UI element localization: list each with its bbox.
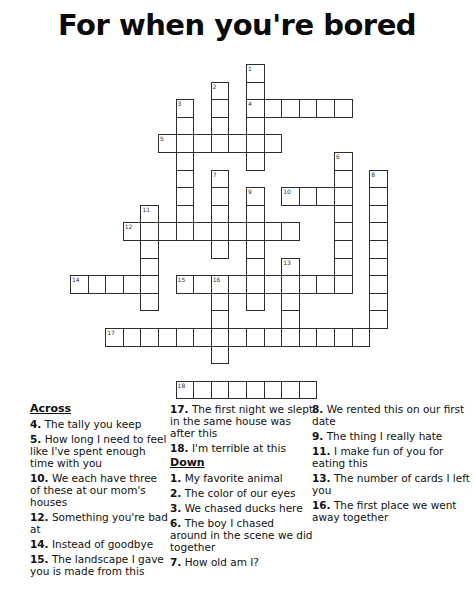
grid-cell-r14c8[interactable] xyxy=(211,310,230,329)
grid-cell-r12c7[interactable] xyxy=(193,275,212,294)
grid-cell-r4c8[interactable] xyxy=(211,134,230,153)
grid-cell-r18c7[interactable] xyxy=(193,381,212,400)
grid-cell-r10c10[interactable] xyxy=(246,240,265,259)
clue-3-down-text: We chased ducks here xyxy=(181,502,302,514)
clue-12-across-text: Something you're bad at xyxy=(30,511,168,535)
grid-cell-r12c10[interactable] xyxy=(246,275,265,294)
grid-cell-r5c6[interactable] xyxy=(176,152,195,171)
clue-number-8: 8 xyxy=(371,171,375,178)
clue-number-15: 15 xyxy=(178,276,186,283)
grid-cell-r12c4[interactable] xyxy=(140,275,159,294)
grid-cell-r12c9[interactable] xyxy=(228,275,247,294)
grid-cell-r2c15[interactable] xyxy=(334,99,353,118)
puzzle-title: For when you're bored xyxy=(0,8,474,42)
grid-cell-r7c13[interactable] xyxy=(299,187,318,206)
clue-7-down-text: How old am I? xyxy=(181,556,259,568)
clue-number-18: 18 xyxy=(178,382,186,389)
grid-cell-r8c6[interactable] xyxy=(176,205,195,224)
clue-number-7: 7 xyxy=(213,171,217,178)
grid-cell-r13c10[interactable] xyxy=(246,293,265,312)
grid-cell-r11c4[interactable] xyxy=(140,258,159,277)
clue-number-9: 9 xyxy=(248,188,252,195)
grid-cell-r0c10[interactable]: 1 xyxy=(246,64,265,83)
clue-13-down-text: The number of cards I left you xyxy=(312,472,470,496)
down-clues-continued: 8. We rented this on our first date9. Th… xyxy=(312,403,470,523)
clue-17-across-text: The first night we slept in the same hou… xyxy=(170,403,313,439)
grid-cell-r12c0[interactable]: 14 xyxy=(70,275,89,294)
clue-3-down: 3. We chased ducks here xyxy=(170,502,314,514)
clue-8-down-text: We rented this on our first date xyxy=(312,403,464,427)
grid-cell-r15c8[interactable] xyxy=(211,328,230,347)
grid-cell-r9c6[interactable] xyxy=(176,222,195,241)
grid-cell-r18c9[interactable] xyxy=(228,381,247,400)
grid-cell-r2c14[interactable] xyxy=(316,99,335,118)
clue-2-down-text: The color of our eyes xyxy=(181,487,295,499)
grid-cell-r11c10[interactable] xyxy=(246,258,265,277)
crossword-worksheet: For when you're bored 123456789101112131… xyxy=(0,0,474,613)
grid-cell-r15c13[interactable] xyxy=(299,328,318,347)
clue-18-across: 18. I'm terrible at this xyxy=(170,442,314,454)
clue-11-down-text: I make fun of you for eating this xyxy=(312,445,443,469)
grid-cell-r2c8[interactable] xyxy=(211,99,230,118)
grid-cell-r4c11[interactable] xyxy=(264,134,283,153)
grid-cell-r11c12[interactable]: 13 xyxy=(281,258,300,277)
clue-number-11: 11 xyxy=(142,206,150,213)
grid-cell-r15c2[interactable]: 17 xyxy=(105,328,124,347)
grid-cell-r12c15[interactable] xyxy=(334,275,353,294)
grid-cell-r9c11[interactable] xyxy=(264,222,283,241)
grid-cell-r8c17[interactable] xyxy=(369,205,388,224)
clue-number-14: 14 xyxy=(72,276,80,283)
grid-cell-r10c4[interactable] xyxy=(140,240,159,259)
clue-15-across: 15. The landscape I gave you is made fro… xyxy=(30,553,170,577)
clue-11-down: 11. I make fun of you for eating this xyxy=(312,445,470,469)
grid-cell-r1c10[interactable] xyxy=(246,82,265,101)
grid-cell-r15c11[interactable] xyxy=(264,328,283,347)
grid-cell-r13c4[interactable] xyxy=(140,293,159,312)
grid-cell-r7c10[interactable]: 9 xyxy=(246,187,265,206)
grid-cell-r7c17[interactable] xyxy=(369,187,388,206)
grid-cell-r8c8[interactable] xyxy=(211,205,230,224)
clues-column-left: Across 4. The tally you keep5. How long … xyxy=(30,403,170,580)
clue-14-across-number: 14. xyxy=(30,538,49,550)
grid-cell-r15c15[interactable] xyxy=(334,328,353,347)
grid-cell-r10c15[interactable] xyxy=(334,240,353,259)
grid-cell-r14c17[interactable] xyxy=(369,310,388,329)
grid-cell-r8c10[interactable] xyxy=(246,205,265,224)
clue-number-5: 5 xyxy=(160,135,164,142)
grid-cell-r9c4[interactable] xyxy=(140,222,159,241)
clue-15-across-text: The landscape I gave you is made from th… xyxy=(30,553,164,577)
grid-cell-r4c7[interactable] xyxy=(193,134,212,153)
clue-18-across-text: I'm terrible at this xyxy=(189,442,286,454)
clue-17-across: 17. The first night we slept in the same… xyxy=(170,403,314,439)
grid-cell-r9c5[interactable] xyxy=(158,222,177,241)
clue-14-across: 14. Instead of goodbye xyxy=(30,538,170,550)
grid-cell-r4c10[interactable] xyxy=(246,134,265,153)
clue-16-down-text: The first place we went away together xyxy=(312,499,456,523)
clue-16-down: 16. The first place we went away togethe… xyxy=(312,499,470,523)
clue-number-17: 17 xyxy=(107,329,115,336)
grid-cell-r9c15[interactable] xyxy=(334,222,353,241)
clue-17-across-number: 17. xyxy=(170,403,189,415)
grid-cell-r9c3[interactable]: 12 xyxy=(123,222,142,241)
grid-cell-r16c8[interactable] xyxy=(211,346,230,365)
grid-cell-r5c15[interactable]: 6 xyxy=(334,152,353,171)
clue-4-across-number: 4. xyxy=(30,418,41,430)
grid-cell-r15c5[interactable] xyxy=(158,328,177,347)
grid-cell-r6c8[interactable]: 7 xyxy=(211,170,230,189)
clue-number-3: 3 xyxy=(178,100,182,107)
clue-11-down-number: 11. xyxy=(312,445,331,457)
grid-cell-r9c8[interactable] xyxy=(211,222,230,241)
grid-cell-r13c17[interactable] xyxy=(369,293,388,312)
grid-cell-r18c8[interactable] xyxy=(211,381,230,400)
grid-cell-r12c12[interactable] xyxy=(281,275,300,294)
grid-cell-r15c3[interactable] xyxy=(123,328,142,347)
clue-number-16: 16 xyxy=(213,276,221,283)
grid-cell-r7c15[interactable] xyxy=(334,187,353,206)
down-clues-list: 1. My favorite animal2. The color of our… xyxy=(170,472,314,568)
grid-cell-r18c10[interactable] xyxy=(246,381,265,400)
clue-number-4: 4 xyxy=(248,100,252,107)
grid-cell-r18c13[interactable] xyxy=(299,381,318,400)
clue-2-down: 2. The color of our eyes xyxy=(170,487,314,499)
across-heading: Across xyxy=(30,403,170,415)
crossword-grid: 123456789101112131415161718 xyxy=(70,64,388,400)
grid-cell-r3c8[interactable] xyxy=(211,117,230,136)
grid-cell-r7c14[interactable] xyxy=(316,187,335,206)
grid-cell-r9c12[interactable] xyxy=(281,222,300,241)
grid-cell-r12c14[interactable] xyxy=(316,275,335,294)
clue-number-2: 2 xyxy=(213,83,217,90)
grid-cell-r6c15[interactable] xyxy=(334,170,353,189)
clue-13-down: 13. The number of cards I left you xyxy=(312,472,470,496)
grid-cell-r8c4[interactable]: 11 xyxy=(140,205,159,224)
grid-cell-r15c4[interactable] xyxy=(140,328,159,347)
grid-cell-r11c15[interactable] xyxy=(334,258,353,277)
grid-cell-r18c11[interactable] xyxy=(264,381,283,400)
grid-cell-r3c6[interactable] xyxy=(176,117,195,136)
grid-cell-r12c11[interactable] xyxy=(264,275,283,294)
grid-cell-r7c12[interactable]: 10 xyxy=(281,187,300,206)
clue-1-down-text: My favorite animal xyxy=(181,472,282,484)
clue-9-down-text: The thing I really hate xyxy=(323,430,442,442)
clue-15-across-number: 15. xyxy=(30,553,49,565)
clue-8-down: 8. We rented this on our first date xyxy=(312,403,470,427)
grid-cell-r7c8[interactable] xyxy=(211,187,230,206)
grid-cell-r2c12[interactable] xyxy=(281,99,300,118)
clue-number-13: 13 xyxy=(283,259,291,266)
grid-cell-r4c5[interactable]: 5 xyxy=(158,134,177,153)
clue-12-across: 12. Something you're bad at xyxy=(30,511,170,535)
clue-number-6: 6 xyxy=(336,153,340,160)
grid-cell-r2c13[interactable] xyxy=(299,99,318,118)
grid-cell-r15c10[interactable] xyxy=(246,328,265,347)
clue-14-across-text: Instead of goodbye xyxy=(49,538,154,550)
grid-cell-r3c10[interactable] xyxy=(246,117,265,136)
grid-cell-r18c6[interactable]: 18 xyxy=(176,381,195,400)
grid-cell-r9c17[interactable] xyxy=(369,222,388,241)
grid-cell-r9c7[interactable] xyxy=(193,222,212,241)
clue-3-down-number: 3. xyxy=(170,502,181,514)
grid-cell-r15c7[interactable] xyxy=(193,328,212,347)
across-clues-list: 4. The tally you keep5. How long I need … xyxy=(30,418,170,577)
clue-10-across-text: We each have three of these at our mom's… xyxy=(30,472,157,508)
clue-7-down: 7. How old am I? xyxy=(170,556,314,568)
grid-cell-r2c10[interactable]: 4 xyxy=(246,99,265,118)
grid-cell-r14c12[interactable] xyxy=(281,310,300,329)
clue-6-down-number: 6. xyxy=(170,517,181,529)
grid-cell-r13c12[interactable] xyxy=(281,293,300,312)
clue-12-across-number: 12. xyxy=(30,511,49,523)
grid-cell-r9c10[interactable] xyxy=(246,222,265,241)
grid-cell-r12c8[interactable]: 16 xyxy=(211,275,230,294)
clues-column-middle: 17. The first night we slept in the same… xyxy=(170,403,314,571)
clue-9-down: 9. The thing I really hate xyxy=(312,430,470,442)
grid-cell-r15c9[interactable] xyxy=(228,328,247,347)
clue-5-across-text: How long I need to feel like I've spent … xyxy=(30,433,166,469)
across-clues-continued: 17. The first night we slept in the same… xyxy=(170,403,314,454)
clue-4-across-text: The tally you keep xyxy=(41,418,141,430)
grid-cell-r18c12[interactable] xyxy=(281,381,300,400)
grid-cell-r4c9[interactable] xyxy=(228,134,247,153)
clue-number-12: 12 xyxy=(125,223,133,230)
grid-cell-r10c8[interactable] xyxy=(211,240,230,259)
grid-cell-r5c10[interactable] xyxy=(246,152,265,171)
grid-cell-r6c6[interactable] xyxy=(176,170,195,189)
grid-cell-r15c16[interactable] xyxy=(352,328,371,347)
grid-cell-r2c6[interactable]: 3 xyxy=(176,99,195,118)
clue-7-down-number: 7. xyxy=(170,556,181,568)
clue-13-down-number: 13. xyxy=(312,472,331,484)
grid-cell-r1c8[interactable]: 2 xyxy=(211,82,230,101)
grid-cell-r12c6[interactable]: 15 xyxy=(176,275,195,294)
clue-1-down: 1. My favorite animal xyxy=(170,472,314,484)
clue-4-across: 4. The tally you keep xyxy=(30,418,170,430)
clue-8-down-number: 8. xyxy=(312,403,323,415)
grid-cell-r15c14[interactable] xyxy=(316,328,335,347)
grid-cell-r11c17[interactable] xyxy=(369,258,388,277)
clue-10-across-number: 10. xyxy=(30,472,49,484)
clue-6-down-text: The boy I chased around in the scene we … xyxy=(170,517,313,553)
clue-1-down-number: 1. xyxy=(170,472,181,484)
grid-cell-r12c13[interactable] xyxy=(299,275,318,294)
grid-cell-r12c2[interactable] xyxy=(105,275,124,294)
clue-10-across: 10. We each have three of these at our m… xyxy=(30,472,170,508)
grid-cell-r15c12[interactable] xyxy=(281,328,300,347)
clue-16-down-number: 16. xyxy=(312,499,331,511)
clue-number-10: 10 xyxy=(283,188,291,195)
clue-5-across-number: 5. xyxy=(30,433,41,445)
grid-cell-r6c17[interactable]: 8 xyxy=(369,170,388,189)
grid-cell-r4c6[interactable] xyxy=(176,134,195,153)
grid-cell-r9c9[interactable] xyxy=(228,222,247,241)
clue-18-across-number: 18. xyxy=(170,442,189,454)
grid-cell-r12c1[interactable] xyxy=(88,275,107,294)
clue-2-down-number: 2. xyxy=(170,487,181,499)
clue-6-down: 6. The boy I chased around in the scene … xyxy=(170,517,314,553)
clue-9-down-number: 9. xyxy=(312,430,323,442)
clue-5-across: 5. How long I need to feel like I've spe… xyxy=(30,433,170,469)
grid-cell-r2c11[interactable] xyxy=(264,99,283,118)
grid-cell-r15c6[interactable] xyxy=(176,328,195,347)
grid-cell-r8c15[interactable] xyxy=(334,205,353,224)
grid-cell-r7c6[interactable] xyxy=(176,187,195,206)
grid-cell-r12c17[interactable] xyxy=(369,275,388,294)
grid-cell-r13c8[interactable] xyxy=(211,293,230,312)
grid-cell-r12c3[interactable] xyxy=(123,275,142,294)
clue-number-1: 1 xyxy=(248,65,252,72)
down-heading: Down xyxy=(170,457,314,469)
clues-column-right: 8. We rented this on our first date9. Th… xyxy=(312,403,470,526)
grid-cell-r10c17[interactable] xyxy=(369,240,388,259)
